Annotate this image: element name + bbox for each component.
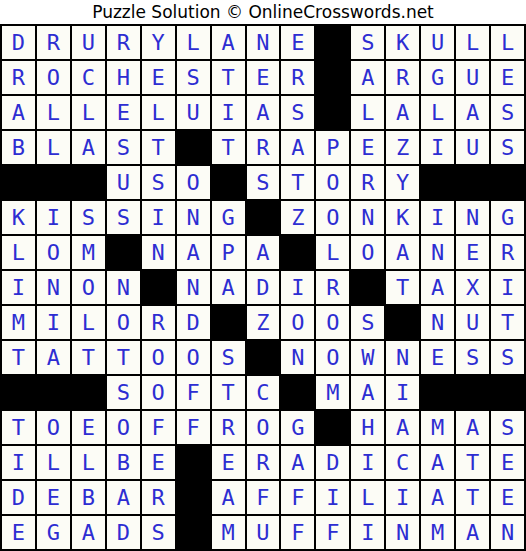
- letter-cell: A: [281, 446, 314, 479]
- crossword-grid: DRURYLANESKULLROCHESTERARGUEALLELUIASLAL…: [0, 24, 526, 551]
- letter-cell: A: [421, 271, 454, 304]
- letter-cell: O: [316, 306, 349, 339]
- letter-cell: A: [107, 481, 140, 514]
- block-cell: [281, 236, 314, 269]
- letter-cell: S: [351, 26, 384, 59]
- letter-cell: A: [421, 446, 454, 479]
- letter-cell: T: [2, 411, 35, 444]
- block-cell: [37, 376, 70, 409]
- letter-cell: G: [37, 516, 70, 549]
- letter-cell: E: [247, 61, 280, 94]
- letter-cell: L: [37, 96, 70, 129]
- letter-cell: E: [107, 96, 140, 129]
- letter-cell: M: [72, 236, 105, 269]
- letter-cell: I: [142, 201, 175, 234]
- block-cell: [177, 446, 210, 479]
- letter-cell: O: [37, 411, 70, 444]
- letter-cell: S: [456, 341, 489, 374]
- letter-cell: M: [421, 516, 454, 549]
- letter-cell: R: [247, 446, 280, 479]
- letter-cell: N: [456, 201, 489, 234]
- letter-cell: F: [316, 516, 349, 549]
- block-cell: [281, 376, 314, 409]
- block-cell: [386, 306, 419, 339]
- letter-cell: U: [247, 516, 280, 549]
- letter-cell: I: [386, 481, 419, 514]
- letter-cell: A: [386, 411, 419, 444]
- letter-cell: O: [142, 341, 175, 374]
- letter-cell: I: [491, 271, 524, 304]
- letter-cell: T: [456, 446, 489, 479]
- letter-cell: L: [72, 446, 105, 479]
- letter-cell: A: [421, 481, 454, 514]
- letter-cell: I: [386, 376, 419, 409]
- letter-cell: R: [107, 26, 140, 59]
- letter-cell: R: [2, 61, 35, 94]
- letter-cell: N: [386, 516, 419, 549]
- letter-cell: W: [351, 341, 384, 374]
- letter-cell: E: [142, 446, 175, 479]
- block-cell: [456, 376, 489, 409]
- letter-cell: S: [107, 131, 140, 164]
- letter-cell: R: [491, 236, 524, 269]
- block-cell: [316, 26, 349, 59]
- block-cell: [351, 271, 384, 304]
- letter-cell: M: [421, 411, 454, 444]
- letter-cell: R: [316, 271, 349, 304]
- block-cell: [491, 166, 524, 199]
- letter-cell: G: [421, 61, 454, 94]
- letter-cell: B: [107, 446, 140, 479]
- letter-cell: A: [247, 96, 280, 129]
- letter-cell: I: [2, 446, 35, 479]
- block-cell: [177, 131, 210, 164]
- letter-cell: A: [456, 96, 489, 129]
- letter-cell: Y: [386, 166, 419, 199]
- block-cell: [107, 236, 140, 269]
- letter-cell: S: [491, 411, 524, 444]
- letter-cell: P: [212, 236, 245, 269]
- letter-cell: M: [2, 306, 35, 339]
- letter-cell: O: [107, 306, 140, 339]
- letter-cell: L: [316, 236, 349, 269]
- letter-cell: A: [212, 26, 245, 59]
- letter-cell: L: [491, 26, 524, 59]
- letter-cell: S: [177, 61, 210, 94]
- letter-cell: I: [2, 271, 35, 304]
- letter-cell: F: [177, 376, 210, 409]
- letter-cell: A: [247, 236, 280, 269]
- letter-cell: E: [421, 341, 454, 374]
- letter-cell: S: [491, 131, 524, 164]
- letter-cell: I: [316, 481, 349, 514]
- letter-cell: A: [37, 341, 70, 374]
- letter-cell: L: [37, 446, 70, 479]
- letter-cell: C: [72, 61, 105, 94]
- block-cell: [37, 166, 70, 199]
- letter-cell: T: [281, 166, 314, 199]
- letter-cell: I: [351, 516, 384, 549]
- block-cell: [212, 306, 245, 339]
- letter-cell: I: [212, 96, 245, 129]
- block-cell: [421, 166, 454, 199]
- letter-cell: A: [351, 376, 384, 409]
- letter-cell: A: [456, 411, 489, 444]
- letter-cell: L: [72, 96, 105, 129]
- letter-cell: I: [421, 131, 454, 164]
- letter-cell: P: [316, 131, 349, 164]
- letter-cell: E: [491, 446, 524, 479]
- letter-cell: L: [351, 96, 384, 129]
- letter-cell: L: [421, 96, 454, 129]
- letter-cell: A: [386, 236, 419, 269]
- letter-cell: Y: [142, 26, 175, 59]
- letter-cell: U: [456, 131, 489, 164]
- letter-cell: N: [37, 271, 70, 304]
- letter-cell: S: [107, 376, 140, 409]
- block-cell: [72, 376, 105, 409]
- block-cell: [177, 481, 210, 514]
- letter-cell: E: [491, 61, 524, 94]
- letter-cell: L: [2, 236, 35, 269]
- letter-cell: D: [2, 481, 35, 514]
- letter-cell: O: [37, 236, 70, 269]
- letter-cell: S: [491, 96, 524, 129]
- letter-cell: D: [316, 446, 349, 479]
- letter-cell: H: [107, 61, 140, 94]
- letter-cell: N: [177, 201, 210, 234]
- letter-cell: T: [386, 271, 419, 304]
- block-cell: [2, 376, 35, 409]
- letter-cell: U: [456, 61, 489, 94]
- block-cell: [72, 166, 105, 199]
- letter-cell: B: [72, 481, 105, 514]
- letter-cell: O: [177, 341, 210, 374]
- letter-cell: G: [281, 411, 314, 444]
- letter-cell: N: [421, 236, 454, 269]
- letter-cell: R: [37, 26, 70, 59]
- letter-cell: I: [351, 446, 384, 479]
- title-bar: Puzzle Solution © OnlineCrosswords.net: [0, 0, 526, 24]
- letter-cell: O: [177, 166, 210, 199]
- letter-cell: Z: [281, 201, 314, 234]
- letter-cell: E: [281, 26, 314, 59]
- letter-cell: L: [72, 306, 105, 339]
- letter-cell: U: [456, 306, 489, 339]
- letter-cell: S: [72, 201, 105, 234]
- letter-cell: N: [177, 271, 210, 304]
- letter-cell: A: [386, 96, 419, 129]
- letter-cell: R: [351, 166, 384, 199]
- letter-cell: S: [247, 166, 280, 199]
- letter-cell: I: [281, 271, 314, 304]
- letter-cell: A: [456, 516, 489, 549]
- letter-cell: R: [142, 306, 175, 339]
- letter-cell: D: [177, 306, 210, 339]
- block-cell: [456, 166, 489, 199]
- letter-cell: H: [351, 411, 384, 444]
- letter-cell: T: [212, 376, 245, 409]
- letter-cell: K: [386, 26, 419, 59]
- letter-cell: R: [247, 131, 280, 164]
- letter-cell: I: [37, 306, 70, 339]
- letter-cell: E: [491, 481, 524, 514]
- letter-cell: O: [142, 376, 175, 409]
- letter-cell: T: [456, 481, 489, 514]
- letter-cell: Z: [386, 131, 419, 164]
- letter-cell: T: [212, 131, 245, 164]
- page-title: Puzzle Solution © OnlineCrosswords.net: [92, 0, 434, 24]
- letter-cell: G: [212, 201, 245, 234]
- block-cell: [316, 96, 349, 129]
- letter-cell: K: [2, 201, 35, 234]
- letter-cell: T: [2, 341, 35, 374]
- letter-cell: L: [142, 96, 175, 129]
- letter-cell: U: [177, 96, 210, 129]
- letter-cell: A: [351, 61, 384, 94]
- letter-cell: T: [72, 341, 105, 374]
- letter-cell: N: [421, 306, 454, 339]
- letter-cell: N: [107, 271, 140, 304]
- block-cell: [2, 166, 35, 199]
- letter-cell: D: [247, 271, 280, 304]
- letter-cell: N: [386, 341, 419, 374]
- letter-cell: F: [142, 411, 175, 444]
- letter-cell: R: [212, 411, 245, 444]
- letter-cell: X: [456, 271, 489, 304]
- letter-cell: Z: [247, 306, 280, 339]
- block-cell: [142, 271, 175, 304]
- letter-cell: O: [316, 166, 349, 199]
- letter-cell: A: [281, 131, 314, 164]
- letter-cell: S: [491, 341, 524, 374]
- letter-cell: S: [212, 341, 245, 374]
- letter-cell: F: [281, 481, 314, 514]
- letter-cell: U: [421, 26, 454, 59]
- block-cell: [212, 166, 245, 199]
- letter-cell: O: [107, 411, 140, 444]
- block-cell: [316, 411, 349, 444]
- letter-cell: S: [142, 166, 175, 199]
- letter-cell: L: [177, 26, 210, 59]
- letter-cell: F: [247, 481, 280, 514]
- letter-cell: U: [107, 166, 140, 199]
- letter-cell: A: [72, 516, 105, 549]
- letter-cell: O: [351, 236, 384, 269]
- letter-cell: R: [281, 61, 314, 94]
- letter-cell: S: [281, 96, 314, 129]
- letter-cell: L: [37, 131, 70, 164]
- letter-cell: B: [2, 131, 35, 164]
- letter-cell: E: [142, 61, 175, 94]
- letter-cell: A: [177, 236, 210, 269]
- letter-cell: F: [281, 516, 314, 549]
- letter-cell: E: [2, 516, 35, 549]
- letter-cell: I: [37, 201, 70, 234]
- letter-cell: O: [72, 271, 105, 304]
- letter-cell: S: [107, 201, 140, 234]
- letter-cell: C: [247, 376, 280, 409]
- letter-cell: T: [142, 131, 175, 164]
- letter-cell: L: [456, 26, 489, 59]
- letter-cell: N: [491, 516, 524, 549]
- letter-cell: E: [72, 411, 105, 444]
- letter-cell: N: [142, 236, 175, 269]
- letter-cell: E: [456, 236, 489, 269]
- letter-cell: F: [177, 411, 210, 444]
- letter-cell: A: [2, 96, 35, 129]
- letter-cell: C: [386, 446, 419, 479]
- letter-cell: R: [386, 61, 419, 94]
- letter-cell: O: [316, 341, 349, 374]
- letter-cell: E: [212, 446, 245, 479]
- letter-cell: O: [316, 201, 349, 234]
- letter-cell: O: [247, 411, 280, 444]
- letter-cell: R: [142, 481, 175, 514]
- block-cell: [421, 376, 454, 409]
- letter-cell: T: [107, 341, 140, 374]
- letter-cell: O: [37, 61, 70, 94]
- block-cell: [247, 201, 280, 234]
- letter-cell: T: [491, 306, 524, 339]
- letter-cell: U: [72, 26, 105, 59]
- block-cell: [316, 61, 349, 94]
- letter-cell: A: [72, 131, 105, 164]
- letter-cell: D: [2, 26, 35, 59]
- letter-cell: K: [386, 201, 419, 234]
- letter-cell: G: [491, 201, 524, 234]
- letter-cell: I: [421, 201, 454, 234]
- block-cell: [177, 516, 210, 549]
- letter-cell: N: [351, 201, 384, 234]
- letter-cell: D: [107, 516, 140, 549]
- letter-cell: S: [142, 516, 175, 549]
- block-cell: [247, 341, 280, 374]
- letter-cell: N: [281, 341, 314, 374]
- letter-cell: E: [37, 481, 70, 514]
- letter-cell: M: [316, 376, 349, 409]
- letter-cell: S: [351, 306, 384, 339]
- letter-cell: M: [212, 516, 245, 549]
- letter-cell: O: [281, 306, 314, 339]
- letter-cell: T: [212, 61, 245, 94]
- letter-cell: A: [212, 271, 245, 304]
- letter-cell: L: [351, 481, 384, 514]
- letter-cell: N: [247, 26, 280, 59]
- block-cell: [491, 376, 524, 409]
- letter-cell: E: [351, 131, 384, 164]
- letter-cell: A: [212, 481, 245, 514]
